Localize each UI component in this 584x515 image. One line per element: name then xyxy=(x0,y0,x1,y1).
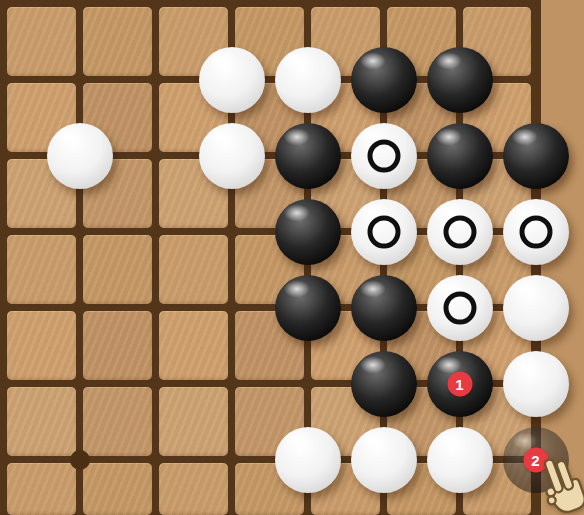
stone-black xyxy=(270,118,346,194)
stone-black xyxy=(270,270,346,346)
stone-white xyxy=(42,118,118,194)
stone-disc xyxy=(351,199,417,265)
stone-disc xyxy=(351,427,417,493)
stone-disc xyxy=(503,351,569,417)
stone-disc xyxy=(427,427,493,493)
circle-marker-icon xyxy=(443,215,476,248)
stone-white xyxy=(422,194,498,270)
stone-disc xyxy=(503,275,569,341)
stone-white xyxy=(422,270,498,346)
stone-disc xyxy=(503,199,569,265)
stone-white xyxy=(270,42,346,118)
stone-black xyxy=(346,42,422,118)
stone-white xyxy=(498,194,574,270)
circle-marker-icon xyxy=(443,291,476,324)
stone-white xyxy=(498,346,574,422)
stone-disc xyxy=(47,123,113,189)
stone-disc xyxy=(351,47,417,113)
go-board[interactable]: 12 xyxy=(0,0,584,515)
stone-disc xyxy=(427,47,493,113)
stone-white xyxy=(194,42,270,118)
stone-white xyxy=(270,422,346,498)
stone-disc xyxy=(275,427,341,493)
stone-disc xyxy=(427,275,493,341)
circle-marker-icon xyxy=(519,215,552,248)
stone-disc xyxy=(351,351,417,417)
stone-disc xyxy=(275,123,341,189)
stone-white xyxy=(346,194,422,270)
stones-layer: 12 xyxy=(0,0,574,498)
stone-disc xyxy=(427,199,493,265)
stone-black xyxy=(270,194,346,270)
stone-white xyxy=(194,118,270,194)
circle-marker-icon xyxy=(367,139,400,172)
stone-disc xyxy=(199,47,265,113)
stone-white xyxy=(346,118,422,194)
stone-disc xyxy=(351,275,417,341)
stone-black xyxy=(498,118,574,194)
stone-disc xyxy=(503,123,569,189)
stone-disc xyxy=(351,123,417,189)
move-number-badge: 1 xyxy=(447,371,472,396)
stone-white xyxy=(498,270,574,346)
stone-white xyxy=(346,422,422,498)
stone-disc xyxy=(275,47,341,113)
circle-marker-icon xyxy=(367,215,400,248)
stone-black xyxy=(422,42,498,118)
stone-disc xyxy=(199,123,265,189)
stone-white xyxy=(422,422,498,498)
stone-black xyxy=(422,118,498,194)
stone-disc xyxy=(275,275,341,341)
stone-black xyxy=(346,346,422,422)
stone-black: 1 xyxy=(422,346,498,422)
stone-disc xyxy=(275,199,341,265)
tap-hand-icon xyxy=(537,453,584,515)
stone-black xyxy=(346,270,422,346)
stone-disc xyxy=(427,123,493,189)
